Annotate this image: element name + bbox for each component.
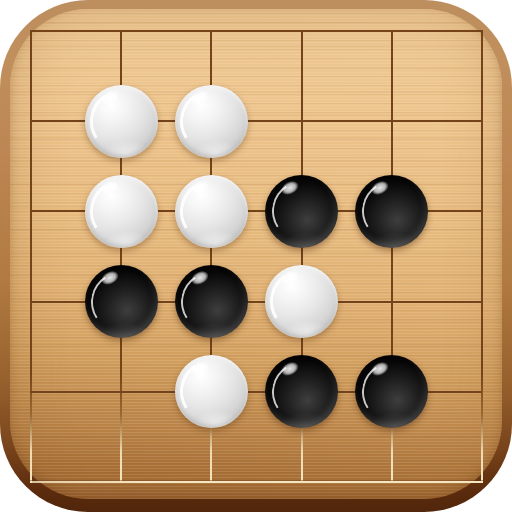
stone-white[interactable]: ○ [265,265,338,338]
stone-white[interactable]: ○ [85,175,158,248]
stones-layer: ○○○○●●●●○○●● [0,0,512,512]
stone-white[interactable]: ○ [175,355,248,428]
screenshot: ○○○○●●●●○○●● [0,0,512,512]
stone-black[interactable]: ● [355,355,428,428]
stone-black[interactable]: ● [175,265,248,338]
stone-white[interactable]: ○ [175,85,248,158]
stone-black[interactable]: ● [85,265,158,338]
game-board-icon: ○○○○●●●●○○●● [0,0,512,512]
stone-black[interactable]: ● [355,175,428,248]
stone-black[interactable]: ● [265,175,338,248]
stone-black[interactable]: ● [265,355,338,428]
stone-white[interactable]: ○ [175,175,248,248]
stone-white[interactable]: ○ [85,85,158,158]
